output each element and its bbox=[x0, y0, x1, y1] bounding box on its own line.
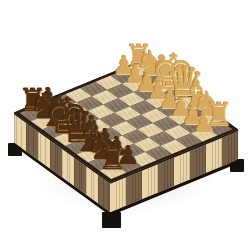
product-photo: ♜♞♝♚♛♝♞♜♟♟♟♟♟♟♟♟♟♟♟♟♟♟♟♟♜♞♝♚♛♝♞♜ bbox=[0, 0, 252, 252]
